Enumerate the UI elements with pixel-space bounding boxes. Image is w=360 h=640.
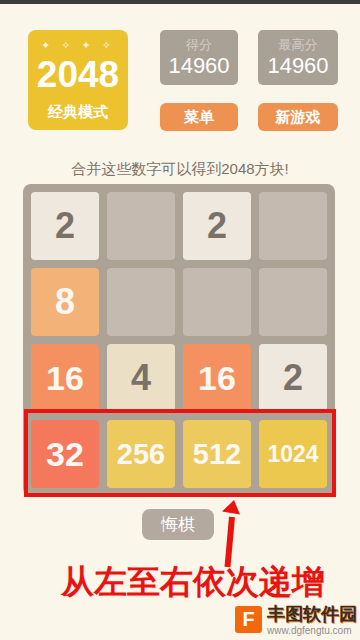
board-cell — [183, 268, 251, 336]
game-mode-label: 经典模式 — [48, 103, 108, 122]
score-label: 得分 — [186, 37, 212, 53]
board-cell — [259, 268, 327, 336]
game-title: 2048 — [37, 55, 119, 95]
score-value: 14960 — [168, 53, 229, 78]
annotation-caption: 从左至右依次递增 — [0, 560, 360, 605]
game-board[interactable]: 2 2 8 16 4 16 2 32 256 512 1024 — [23, 184, 335, 496]
score-box: 得分 14960 — [160, 30, 238, 85]
watermark-site-name: 丰图软件园 — [267, 604, 357, 624]
watermark-logo-icon: F — [235, 606, 262, 633]
best-score-value: 14960 — [267, 53, 328, 78]
new-game-button[interactable]: 新游戏 — [258, 103, 338, 131]
board-cell: 1024 — [259, 420, 327, 488]
sparkle-stars-icon: ✦ ✧ ✦ ✧ — [41, 39, 115, 53]
board-cell: 16 — [31, 344, 99, 412]
menu-button[interactable]: 菜单 — [160, 103, 238, 131]
status-bar-strip — [0, 0, 360, 4]
board-cell — [107, 268, 175, 336]
board-cell: 32 — [31, 420, 99, 488]
board-cell: 2 — [259, 344, 327, 412]
board-cell: 16 — [183, 344, 251, 412]
best-score-box: 最高分 14960 — [258, 30, 338, 85]
board-cell — [259, 192, 327, 260]
best-score-label: 最高分 — [279, 37, 318, 53]
board-cell: 2 — [31, 192, 99, 260]
board-cell: 2 — [183, 192, 251, 260]
hint-text: 合并这些数字可以得到2048方块! — [0, 160, 360, 179]
watermark: F 丰图软件园 www.dgfengtu.com — [235, 604, 357, 637]
board-cell — [107, 192, 175, 260]
board-cell: 8 — [31, 268, 99, 336]
board-cell: 256 — [107, 420, 175, 488]
undo-button[interactable]: 悔棋 — [142, 509, 214, 540]
game-logo-tile: ✦ ✧ ✦ ✧ 2048 经典模式 — [28, 30, 128, 130]
board-cell: 512 — [183, 420, 251, 488]
board-cell: 4 — [107, 344, 175, 412]
watermark-url: www.dgfengtu.com — [267, 624, 357, 637]
